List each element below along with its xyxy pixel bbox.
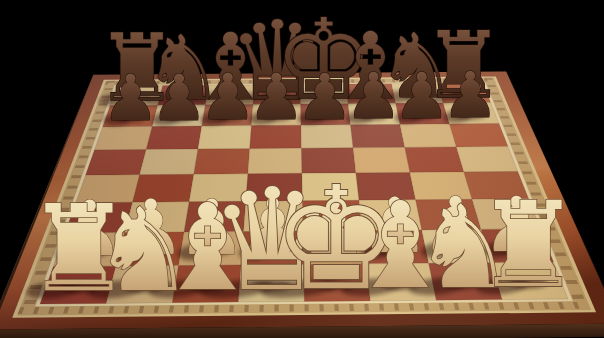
piece-black-pawn-h7[interactable]: ♟ [442,58,499,132]
piece-white-rook-h1[interactable]: ♜ [475,176,581,314]
chessboard[interactable]: ♜♞♝♛♚♝♞♜♟♟♟♟♟♟♟♟♟♟♟♟♟♟♟♟♜♞♝♛♚♝♞♜ [0,0,604,338]
chess-3d-scene: ♜♞♝♛♚♝♞♜♟♟♟♟♟♟♟♟♟♟♟♟♟♟♟♟♜♞♝♛♚♝♞♜ [0,0,604,338]
